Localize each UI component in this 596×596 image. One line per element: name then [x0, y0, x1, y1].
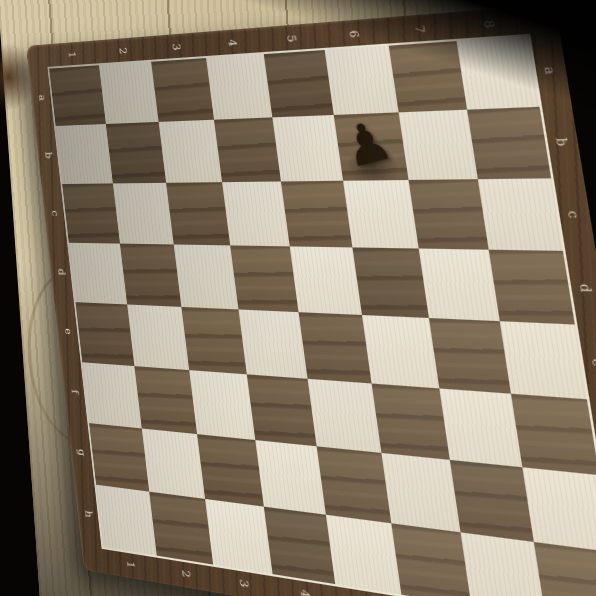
file-label-d: d [544, 271, 596, 305]
square-e3 [181, 307, 246, 374]
square-d5 [290, 246, 362, 315]
square-f6 [372, 383, 450, 459]
board-playing-area: ♟ [49, 36, 596, 596]
square-e5 [299, 312, 372, 383]
file-label-d: d [36, 259, 88, 286]
file-label-c: c [533, 199, 596, 231]
square-g3 [197, 434, 264, 507]
square-h7 [461, 532, 546, 596]
square-g5 [317, 446, 392, 523]
square-c4 [222, 181, 290, 246]
file-label-b: b [522, 125, 596, 158]
square-b7 [399, 110, 478, 180]
square-c6 [343, 180, 419, 249]
photo-scene: 12345678 12345678 abcdefgh abcdefgh ♟ [0, 0, 596, 596]
chess-board: 12345678 12345678 abcdefgh abcdefgh ♟ [26, 4, 596, 596]
square-b4 [214, 117, 281, 182]
square-d7 [419, 249, 500, 322]
file-label-e: e [556, 345, 596, 382]
square-e2 [127, 304, 189, 370]
square-e7 [429, 318, 511, 394]
square-b3 [159, 120, 222, 183]
square-f4 [247, 374, 317, 446]
square-f5 [308, 379, 382, 453]
file-label-b: b [23, 142, 75, 168]
file-label-a: a [17, 84, 68, 111]
file-label-f: f [49, 377, 102, 407]
square-h8 [534, 542, 596, 596]
file-label-a: a [510, 53, 590, 87]
square-g2 [142, 428, 205, 498]
square-c5 [281, 181, 352, 248]
square-g6 [381, 453, 460, 532]
square-c7 [409, 179, 489, 250]
square-b6: ♟ [334, 112, 409, 180]
board-grid: ♟ [49, 36, 596, 596]
square-g7 [450, 460, 534, 542]
square-f2 [134, 366, 197, 434]
square-b2 [106, 122, 166, 184]
square-c2 [113, 183, 174, 245]
file-label-e: e [42, 317, 95, 345]
square-f7 [439, 388, 522, 467]
square-b5 [272, 115, 343, 182]
square-g4 [255, 440, 326, 515]
square-d4 [230, 245, 298, 312]
square-f3 [189, 370, 255, 440]
square-d6 [352, 247, 428, 318]
square-e6 [362, 315, 439, 388]
square-d3 [174, 244, 239, 309]
square-d2 [120, 244, 181, 307]
file-label-c: c [29, 201, 81, 226]
square-e4 [238, 309, 307, 378]
square-c3 [166, 182, 230, 245]
